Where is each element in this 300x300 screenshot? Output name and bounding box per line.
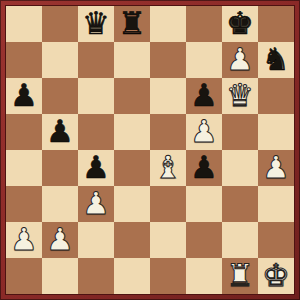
square-b4[interactable] (42, 150, 78, 186)
chess-board-frame: ♛♜♚♟♞♟♟♛♟♟♟♝♟♟♟♟♟♜♚ (0, 0, 300, 300)
square-f8[interactable] (186, 6, 222, 42)
white-pawn-a2[interactable]: ♟ (10, 222, 38, 257)
square-b7[interactable] (42, 42, 78, 78)
square-b3[interactable] (42, 186, 78, 222)
square-h2[interactable] (258, 222, 294, 258)
square-a3[interactable] (6, 186, 42, 222)
square-f1[interactable] (186, 258, 222, 294)
square-h1[interactable]: ♚ (258, 258, 294, 294)
white-bishop-e4[interactable]: ♝ (154, 150, 182, 185)
square-g5[interactable] (222, 114, 258, 150)
square-g8[interactable]: ♚ (222, 6, 258, 42)
square-c6[interactable] (78, 78, 114, 114)
square-d8[interactable]: ♜ (114, 6, 150, 42)
square-a4[interactable] (6, 150, 42, 186)
square-e2[interactable] (150, 222, 186, 258)
black-pawn-f4[interactable]: ♟ (190, 150, 218, 185)
square-h4[interactable]: ♟ (258, 150, 294, 186)
square-d4[interactable] (114, 150, 150, 186)
square-a8[interactable] (6, 6, 42, 42)
square-c2[interactable] (78, 222, 114, 258)
square-h3[interactable] (258, 186, 294, 222)
square-c8[interactable]: ♛ (78, 6, 114, 42)
white-pawn-b2[interactable]: ♟ (46, 222, 74, 257)
black-pawn-c4[interactable]: ♟ (82, 150, 110, 185)
square-d5[interactable] (114, 114, 150, 150)
square-e7[interactable] (150, 42, 186, 78)
square-h6[interactable] (258, 78, 294, 114)
black-rook-d8[interactable]: ♜ (118, 6, 146, 41)
square-b2[interactable]: ♟ (42, 222, 78, 258)
square-f4[interactable]: ♟ (186, 150, 222, 186)
square-e6[interactable] (150, 78, 186, 114)
square-g1[interactable]: ♜ (222, 258, 258, 294)
square-c4[interactable]: ♟ (78, 150, 114, 186)
black-pawn-b5[interactable]: ♟ (46, 114, 74, 149)
square-c3[interactable]: ♟ (78, 186, 114, 222)
square-h8[interactable] (258, 6, 294, 42)
white-king-h1[interactable]: ♚ (262, 258, 290, 293)
square-g3[interactable] (222, 186, 258, 222)
square-a7[interactable] (6, 42, 42, 78)
square-f5[interactable]: ♟ (186, 114, 222, 150)
white-rook-g1[interactable]: ♜ (226, 258, 254, 293)
square-d3[interactable] (114, 186, 150, 222)
square-b5[interactable]: ♟ (42, 114, 78, 150)
black-pawn-a6[interactable]: ♟ (10, 78, 38, 113)
square-a1[interactable] (6, 258, 42, 294)
white-pawn-h4[interactable]: ♟ (262, 150, 290, 185)
square-b8[interactable] (42, 6, 78, 42)
square-g7[interactable]: ♟ (222, 42, 258, 78)
square-a6[interactable]: ♟ (6, 78, 42, 114)
square-b6[interactable] (42, 78, 78, 114)
white-pawn-g7[interactable]: ♟ (226, 42, 254, 77)
square-h7[interactable]: ♞ (258, 42, 294, 78)
square-d2[interactable] (114, 222, 150, 258)
square-c7[interactable] (78, 42, 114, 78)
square-e5[interactable] (150, 114, 186, 150)
black-queen-c8[interactable]: ♛ (82, 6, 110, 41)
square-d7[interactable] (114, 42, 150, 78)
square-a2[interactable]: ♟ (6, 222, 42, 258)
white-pawn-c3[interactable]: ♟ (82, 186, 110, 221)
square-g4[interactable] (222, 150, 258, 186)
square-f7[interactable] (186, 42, 222, 78)
square-f2[interactable] (186, 222, 222, 258)
square-c1[interactable] (78, 258, 114, 294)
square-e8[interactable] (150, 6, 186, 42)
square-e1[interactable] (150, 258, 186, 294)
square-c5[interactable] (78, 114, 114, 150)
black-king-g8[interactable]: ♚ (226, 6, 254, 41)
white-queen-g6[interactable]: ♛ (226, 78, 254, 113)
square-g2[interactable] (222, 222, 258, 258)
chess-board: ♛♜♚♟♞♟♟♛♟♟♟♝♟♟♟♟♟♜♚ (6, 6, 294, 294)
square-b1[interactable] (42, 258, 78, 294)
black-pawn-f6[interactable]: ♟ (190, 78, 218, 113)
square-d1[interactable] (114, 258, 150, 294)
white-pawn-f5[interactable]: ♟ (190, 114, 218, 149)
black-knight-h7[interactable]: ♞ (262, 42, 290, 77)
square-e4[interactable]: ♝ (150, 150, 186, 186)
square-a5[interactable] (6, 114, 42, 150)
square-h5[interactable] (258, 114, 294, 150)
square-d6[interactable] (114, 78, 150, 114)
square-g6[interactable]: ♛ (222, 78, 258, 114)
square-e3[interactable] (150, 186, 186, 222)
square-f6[interactable]: ♟ (186, 78, 222, 114)
square-f3[interactable] (186, 186, 222, 222)
